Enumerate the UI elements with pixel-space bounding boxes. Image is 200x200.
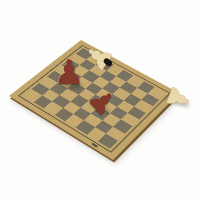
photo-background: ♟ ♟ ♟ ♟ [0,0,200,200]
